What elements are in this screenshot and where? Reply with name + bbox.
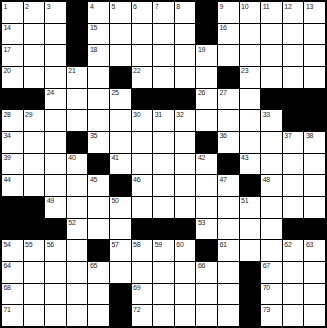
- clue-number-59: 59: [155, 241, 162, 249]
- cell-r4c7[interactable]: 22: [132, 67, 153, 88]
- cell-r4c9[interactable]: [175, 67, 196, 88]
- cell-r4c4[interactable]: 21: [67, 67, 88, 88]
- cell-r5c12[interactable]: [240, 89, 261, 110]
- black-cell-r15c6: [110, 305, 131, 326]
- cell-r9c5[interactable]: 45: [88, 175, 109, 196]
- clue-number-63: 63: [306, 241, 313, 249]
- cell-r13c14[interactable]: [283, 262, 304, 283]
- cell-r10c6[interactable]: 50: [110, 197, 131, 218]
- clue-number-11: 11: [263, 3, 270, 11]
- cell-r9c3[interactable]: [45, 175, 66, 196]
- clue-number-44: 44: [4, 176, 11, 184]
- cell-r8c10[interactable]: 42: [196, 154, 217, 175]
- clue-number-38: 38: [306, 132, 313, 140]
- clue-number-42: 42: [198, 154, 205, 162]
- cell-r8c2[interactable]: [24, 154, 45, 175]
- cell-r3c6[interactable]: [110, 45, 131, 66]
- cell-r11c5[interactable]: [88, 219, 109, 240]
- cell-r5c10[interactable]: 26: [196, 89, 217, 110]
- cell-r11c6[interactable]: [110, 219, 131, 240]
- cell-r11c11[interactable]: [218, 219, 239, 240]
- cell-r7c11[interactable]: 36: [218, 132, 239, 153]
- cell-r15c8[interactable]: [153, 305, 174, 326]
- clue-number-50: 50: [112, 197, 119, 205]
- cell-r1c7[interactable]: 6: [132, 2, 153, 23]
- clue-number-53: 53: [198, 219, 205, 227]
- clue-number-61: 61: [220, 241, 227, 249]
- clue-number-71: 71: [4, 306, 11, 314]
- cell-r2c9[interactable]: [175, 24, 196, 45]
- cell-r7c14[interactable]: 37: [283, 132, 304, 153]
- cell-r12c6[interactable]: 57: [110, 240, 131, 261]
- black-cell-r11c2: [24, 219, 45, 240]
- cell-r12c3[interactable]: 56: [45, 240, 66, 261]
- cell-r6c2[interactable]: 29: [24, 110, 45, 131]
- cell-r14c9[interactable]: [175, 284, 196, 305]
- cell-r2c11[interactable]: 16: [218, 24, 239, 45]
- cell-r2c15[interactable]: [304, 24, 325, 45]
- cell-r12c4[interactable]: [67, 240, 88, 261]
- clue-number-18: 18: [90, 46, 97, 54]
- clue-number-45: 45: [90, 176, 97, 184]
- clue-number-73: 73: [263, 306, 270, 314]
- black-cell-r1c4: [67, 2, 88, 23]
- cell-r6c12[interactable]: [240, 110, 261, 131]
- cell-r15c14[interactable]: [283, 305, 304, 326]
- cell-r7c12[interactable]: [240, 132, 261, 153]
- clue-number-25: 25: [112, 89, 119, 97]
- cell-r14c5[interactable]: [88, 284, 109, 305]
- cell-r8c13[interactable]: [261, 154, 282, 175]
- cell-r5c3[interactable]: 24: [45, 89, 66, 110]
- cell-r6c13[interactable]: 33: [261, 110, 282, 131]
- cell-r8c6[interactable]: 41: [110, 154, 131, 175]
- cell-r1c2[interactable]: 2: [24, 2, 45, 23]
- black-cell-r5c8: [153, 89, 174, 110]
- cell-r3c5[interactable]: 18: [88, 45, 109, 66]
- clue-number-43: 43: [241, 154, 248, 162]
- black-cell-r3c4: [67, 45, 88, 66]
- cell-r12c9[interactable]: 60: [175, 240, 196, 261]
- clue-number-33: 33: [263, 111, 270, 119]
- cell-r12c2[interactable]: 55: [24, 240, 45, 261]
- cell-r11c13[interactable]: [261, 219, 282, 240]
- black-cell-r9c12: [240, 175, 261, 196]
- clue-number-65: 65: [90, 262, 97, 270]
- clue-number-68: 68: [4, 284, 11, 292]
- cell-r1c6[interactable]: 5: [110, 2, 131, 23]
- cell-r14c10[interactable]: [196, 284, 217, 305]
- cell-r2c2[interactable]: [24, 24, 45, 45]
- cell-r15c4[interactable]: [67, 305, 88, 326]
- cell-r10c15[interactable]: [304, 197, 325, 218]
- cell-r4c5[interactable]: [88, 67, 109, 88]
- cell-r9c9[interactable]: [175, 175, 196, 196]
- black-cell-r8c5: [88, 154, 109, 175]
- cell-r12c13[interactable]: [261, 240, 282, 261]
- cell-r15c7[interactable]: 72: [132, 305, 153, 326]
- cell-r7c2[interactable]: [24, 132, 45, 153]
- cell-r15c11[interactable]: [218, 305, 239, 326]
- black-cell-r11c3: [45, 219, 66, 240]
- clue-number-52: 52: [68, 219, 75, 227]
- cell-r3c14[interactable]: [283, 45, 304, 66]
- black-cell-r11c14: [283, 219, 304, 240]
- black-cell-r12c10: [196, 240, 217, 261]
- clue-number-60: 60: [176, 241, 183, 249]
- cell-r15c9[interactable]: [175, 305, 196, 326]
- clue-number-8: 8: [176, 3, 180, 11]
- clue-number-56: 56: [47, 241, 54, 249]
- clue-number-31: 31: [155, 111, 162, 119]
- cell-r3c2[interactable]: [24, 45, 45, 66]
- black-cell-r5c13: [261, 89, 282, 110]
- cell-r9c2[interactable]: [24, 175, 45, 196]
- cell-r9c13[interactable]: 48: [261, 175, 282, 196]
- cell-r12c1[interactable]: 54: [2, 240, 23, 261]
- cell-r1c13[interactable]: 11: [261, 2, 282, 23]
- black-cell-r11c7: [132, 219, 153, 240]
- cell-r14c15[interactable]: [304, 284, 325, 305]
- cell-r15c13[interactable]: 73: [261, 305, 282, 326]
- clue-number-19: 19: [198, 46, 205, 54]
- clue-number-57: 57: [112, 241, 119, 249]
- clue-number-9: 9: [220, 3, 224, 11]
- cell-r7c3[interactable]: [45, 132, 66, 153]
- clue-number-55: 55: [25, 241, 32, 249]
- cell-r10c7[interactable]: [132, 197, 153, 218]
- cell-r14c14[interactable]: [283, 284, 304, 305]
- cell-r13c2[interactable]: [24, 262, 45, 283]
- clue-number-4: 4: [90, 3, 94, 11]
- cell-r12c14[interactable]: 62: [283, 240, 304, 261]
- cell-r6c4[interactable]: [67, 110, 88, 131]
- cell-r8c15[interactable]: [304, 154, 325, 175]
- cell-r1c8[interactable]: 7: [153, 2, 174, 23]
- clue-number-64: 64: [4, 262, 11, 270]
- clue-number-27: 27: [220, 89, 227, 97]
- cell-r7c13[interactable]: [261, 132, 282, 153]
- clue-number-13: 13: [306, 3, 313, 11]
- cell-r10c13[interactable]: [261, 197, 282, 218]
- clue-number-2: 2: [25, 3, 29, 11]
- cell-r4c1[interactable]: 20: [2, 67, 23, 88]
- cell-r13c1[interactable]: 64: [2, 262, 23, 283]
- cell-r13c5[interactable]: 65: [88, 262, 109, 283]
- cell-r8c4[interactable]: 40: [67, 154, 88, 175]
- cell-r14c13[interactable]: 70: [261, 284, 282, 305]
- cell-r5c4[interactable]: [67, 89, 88, 110]
- clue-number-21: 21: [68, 67, 75, 75]
- cell-r15c3[interactable]: [45, 305, 66, 326]
- cell-r8c7[interactable]: [132, 154, 153, 175]
- clue-number-16: 16: [220, 24, 227, 32]
- cell-r14c1[interactable]: 68: [2, 284, 23, 305]
- clue-number-37: 37: [284, 132, 291, 140]
- clue-number-36: 36: [220, 132, 227, 140]
- cell-r1c1[interactable]: 1: [2, 2, 23, 23]
- cell-r1c14[interactable]: 12: [283, 2, 304, 23]
- cell-r12c7[interactable]: 58: [132, 240, 153, 261]
- cell-r8c14[interactable]: [283, 154, 304, 175]
- cell-r15c5[interactable]: [88, 305, 109, 326]
- clue-number-7: 7: [155, 3, 159, 11]
- cell-r4c2[interactable]: [24, 67, 45, 88]
- cell-r2c14[interactable]: [283, 24, 304, 45]
- cell-r10c4[interactable]: [67, 197, 88, 218]
- cell-r9c1[interactable]: 44: [2, 175, 23, 196]
- cell-r7c9[interactable]: [175, 132, 196, 153]
- cell-r1c12[interactable]: 10: [240, 2, 261, 23]
- cell-r12c8[interactable]: 59: [153, 240, 174, 261]
- cell-r13c8[interactable]: [153, 262, 174, 283]
- black-cell-r11c15: [304, 219, 325, 240]
- cell-r13c3[interactable]: [45, 262, 66, 283]
- cell-r15c10[interactable]: [196, 305, 217, 326]
- cell-r3c11[interactable]: [218, 45, 239, 66]
- cell-r2c5[interactable]: 15: [88, 24, 109, 45]
- cell-r13c13[interactable]: 67: [261, 262, 282, 283]
- black-cell-r8c11: [218, 154, 239, 175]
- cell-r3c1[interactable]: 17: [2, 45, 23, 66]
- black-cell-r2c4: [67, 24, 88, 45]
- cell-r8c12[interactable]: 43: [240, 154, 261, 175]
- cell-r9c4[interactable]: [67, 175, 88, 196]
- clue-number-41: 41: [112, 154, 119, 162]
- black-cell-r7c4: [67, 132, 88, 153]
- cell-r7c1[interactable]: 34: [2, 132, 23, 153]
- cell-r3c12[interactable]: [240, 45, 261, 66]
- clue-number-48: 48: [263, 176, 270, 184]
- cell-r6c7[interactable]: 30: [132, 110, 153, 131]
- cell-r4c14[interactable]: [283, 67, 304, 88]
- clue-number-28: 28: [4, 111, 11, 119]
- black-cell-r11c9: [175, 219, 196, 240]
- clue-number-6: 6: [133, 3, 137, 11]
- cell-r11c10[interactable]: 53: [196, 219, 217, 240]
- cell-r6c11[interactable]: [218, 110, 239, 131]
- clue-number-34: 34: [4, 132, 11, 140]
- black-cell-r6c15: [304, 110, 325, 131]
- cell-r7c15[interactable]: 38: [304, 132, 325, 153]
- cell-r10c14[interactable]: [283, 197, 304, 218]
- cell-r9c11[interactable]: 47: [218, 175, 239, 196]
- cell-r13c7[interactable]: [132, 262, 153, 283]
- black-cell-r6c14: [283, 110, 304, 131]
- cell-r10c3[interactable]: 49: [45, 197, 66, 218]
- cell-r5c6[interactable]: 25: [110, 89, 131, 110]
- black-cell-r7c10: [196, 132, 217, 153]
- cell-r9c7[interactable]: 46: [132, 175, 153, 196]
- cell-r12c11[interactable]: 61: [218, 240, 239, 261]
- cell-r6c9[interactable]: 32: [175, 110, 196, 131]
- clue-number-5: 5: [112, 3, 116, 11]
- cell-r2c8[interactable]: [153, 24, 174, 45]
- black-cell-r11c1: [2, 219, 23, 240]
- clue-number-14: 14: [4, 24, 11, 32]
- clue-number-30: 30: [133, 111, 140, 119]
- black-cell-r12c5: [88, 240, 109, 261]
- cell-r4c13[interactable]: [261, 67, 282, 88]
- cell-r1c3[interactable]: 3: [45, 2, 66, 23]
- cell-r13c4[interactable]: [67, 262, 88, 283]
- cell-r8c9[interactable]: [175, 154, 196, 175]
- clue-number-20: 20: [4, 67, 11, 75]
- cell-r9c8[interactable]: [153, 175, 174, 196]
- cell-r13c15[interactable]: [304, 262, 325, 283]
- cell-r7c7[interactable]: [132, 132, 153, 153]
- cell-r14c4[interactable]: [67, 284, 88, 305]
- cell-r8c1[interactable]: 39: [2, 154, 23, 175]
- cell-r1c11[interactable]: 9: [218, 2, 239, 23]
- black-cell-r5c1: [2, 89, 23, 110]
- cell-r4c3[interactable]: [45, 67, 66, 88]
- cell-r6c6[interactable]: [110, 110, 131, 131]
- cell-r14c7[interactable]: 69: [132, 284, 153, 305]
- clue-number-72: 72: [133, 306, 140, 314]
- cell-r14c3[interactable]: [45, 284, 66, 305]
- black-cell-r5c7: [132, 89, 153, 110]
- black-cell-r15c12: [240, 305, 261, 326]
- cell-r3c13[interactable]: [261, 45, 282, 66]
- cell-r10c5[interactable]: [88, 197, 109, 218]
- cell-r2c13[interactable]: [261, 24, 282, 45]
- cell-r11c12[interactable]: [240, 219, 261, 240]
- black-cell-r11c8: [153, 219, 174, 240]
- clue-number-26: 26: [198, 89, 205, 97]
- clue-number-46: 46: [133, 176, 140, 184]
- cell-r6c10[interactable]: [196, 110, 217, 131]
- clue-number-47: 47: [220, 176, 227, 184]
- cell-r9c15[interactable]: [304, 175, 325, 196]
- cell-r13c9[interactable]: [175, 262, 196, 283]
- clue-number-67: 67: [263, 262, 270, 270]
- cell-r6c1[interactable]: 28: [2, 110, 23, 131]
- black-cell-r10c1: [2, 197, 23, 218]
- cell-r1c9[interactable]: 8: [175, 2, 196, 23]
- clue-number-54: 54: [4, 241, 11, 249]
- cell-r8c3[interactable]: [45, 154, 66, 175]
- cell-r11c4[interactable]: 52: [67, 219, 88, 240]
- black-cell-r10c2: [24, 197, 45, 218]
- black-cell-r5c2: [24, 89, 45, 110]
- cell-r7c5[interactable]: 35: [88, 132, 109, 153]
- cell-r2c3[interactable]: [45, 24, 66, 45]
- cell-r9c10[interactable]: [196, 175, 217, 196]
- black-cell-r9c6: [110, 175, 131, 196]
- clue-number-29: 29: [25, 111, 32, 119]
- clue-number-10: 10: [241, 3, 248, 11]
- cell-r12c15[interactable]: 63: [304, 240, 325, 261]
- cell-r15c15[interactable]: [304, 305, 325, 326]
- clue-number-35: 35: [90, 132, 97, 140]
- cell-r10c9[interactable]: [175, 197, 196, 218]
- black-cell-r1c10: [196, 2, 217, 23]
- cell-r10c10[interactable]: [196, 197, 217, 218]
- clue-number-49: 49: [47, 197, 54, 205]
- cell-r1c5[interactable]: 4: [88, 2, 109, 23]
- cell-r3c8[interactable]: [153, 45, 174, 66]
- cell-r4c10[interactable]: [196, 67, 217, 88]
- crossword-grid: 1234567891011121314151617181920212223242…: [0, 0, 327, 328]
- black-cell-r4c6: [110, 67, 131, 88]
- clue-number-23: 23: [241, 67, 248, 75]
- clue-number-66: 66: [198, 262, 205, 270]
- cell-r6c5[interactable]: [88, 110, 109, 131]
- black-cell-r5c9: [175, 89, 196, 110]
- black-cell-r13c12: [240, 262, 261, 283]
- cell-r5c5[interactable]: [88, 89, 109, 110]
- clue-number-39: 39: [4, 154, 11, 162]
- cell-r14c8[interactable]: [153, 284, 174, 305]
- black-cell-r5c15: [304, 89, 325, 110]
- clue-number-24: 24: [47, 89, 54, 97]
- clue-number-40: 40: [68, 154, 75, 162]
- cell-r2c12[interactable]: [240, 24, 261, 45]
- cell-r13c6[interactable]: [110, 262, 131, 283]
- cell-r14c2[interactable]: [24, 284, 45, 305]
- clue-number-69: 69: [133, 284, 140, 292]
- cell-r6c3[interactable]: [45, 110, 66, 131]
- cell-r6c8[interactable]: 31: [153, 110, 174, 131]
- black-cell-r14c12: [240, 284, 261, 305]
- cell-r12c12[interactable]: [240, 240, 261, 261]
- black-cell-r4c11: [218, 67, 239, 88]
- clue-number-12: 12: [284, 3, 291, 11]
- cell-r7c8[interactable]: [153, 132, 174, 153]
- cell-r10c11[interactable]: [218, 197, 239, 218]
- clue-number-58: 58: [133, 241, 140, 249]
- cell-r10c12[interactable]: 51: [240, 197, 261, 218]
- cell-r4c15[interactable]: [304, 67, 325, 88]
- cell-r3c9[interactable]: [175, 45, 196, 66]
- cell-r8c8[interactable]: [153, 154, 174, 175]
- clue-number-22: 22: [133, 67, 140, 75]
- clue-number-3: 3: [47, 3, 51, 11]
- clue-number-32: 32: [176, 111, 183, 119]
- cell-r2c7[interactable]: [132, 24, 153, 45]
- black-cell-r14c6: [110, 284, 131, 305]
- cell-r4c12[interactable]: 23: [240, 67, 261, 88]
- cell-r1c15[interactable]: 13: [304, 2, 325, 23]
- cell-r13c10[interactable]: 66: [196, 262, 217, 283]
- clue-number-15: 15: [90, 24, 97, 32]
- cell-r4c8[interactable]: [153, 67, 174, 88]
- clue-number-70: 70: [263, 284, 270, 292]
- clue-number-1: 1: [4, 3, 8, 11]
- cell-r14c11[interactable]: [218, 284, 239, 305]
- cell-r2c6[interactable]: [110, 24, 131, 45]
- clue-number-51: 51: [241, 197, 248, 205]
- cell-r7c6[interactable]: [110, 132, 131, 153]
- cell-r10c8[interactable]: [153, 197, 174, 218]
- cell-r3c7[interactable]: [132, 45, 153, 66]
- cell-r3c10[interactable]: 19: [196, 45, 217, 66]
- cell-r13c11[interactable]: [218, 262, 239, 283]
- clue-number-62: 62: [284, 241, 291, 249]
- black-cell-r2c10: [196, 24, 217, 45]
- cell-r15c1[interactable]: 71: [2, 305, 23, 326]
- cell-r5c11[interactable]: 27: [218, 89, 239, 110]
- cell-r15c2[interactable]: [24, 305, 45, 326]
- cell-r2c1[interactable]: 14: [2, 24, 23, 45]
- cell-r9c14[interactable]: [283, 175, 304, 196]
- clue-number-17: 17: [4, 46, 11, 54]
- cell-r3c3[interactable]: [45, 45, 66, 66]
- cell-r3c15[interactable]: [304, 45, 325, 66]
- black-cell-r5c14: [283, 89, 304, 110]
